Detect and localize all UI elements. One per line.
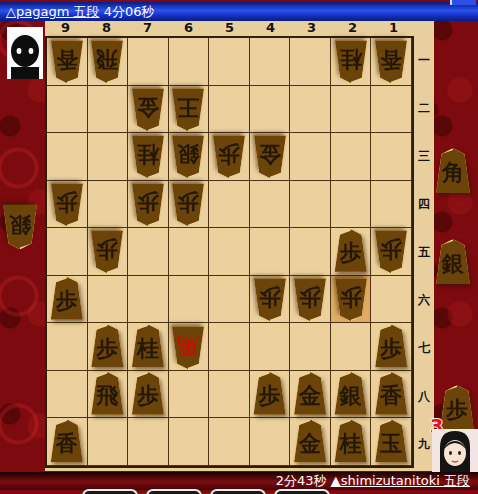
square-9-2[interactable] [47, 86, 88, 134]
square-1-6[interactable] [371, 276, 412, 324]
square-8-1[interactable]: 飛 [88, 38, 129, 86]
piece-kanji: 歩 [90, 333, 124, 363]
square-3-9[interactable]: 金 [290, 418, 331, 466]
piece-kanji: 香 [374, 381, 408, 411]
piece-kanji: 桂 [131, 333, 165, 363]
square-8-5[interactable]: 歩 [88, 228, 129, 276]
sente-avatar [432, 429, 478, 473]
bottom-button-strip [82, 489, 330, 494]
piece-sente-pawn[interactable]: 歩 [50, 277, 84, 320]
square-2-8[interactable]: 銀 [331, 371, 372, 419]
piece-gote-pawn[interactable]: 歩 [334, 278, 368, 321]
piece-sente-gold[interactable]: 金 [293, 419, 327, 462]
square-4-5[interactable] [250, 228, 291, 276]
piece-gote-pawn[interactable]: 歩 [131, 183, 165, 226]
piece-gote-gold[interactable]: 金 [253, 136, 287, 179]
square-3-2[interactable] [290, 86, 331, 134]
piece-sente-pawn[interactable]: 歩 [439, 385, 475, 430]
piece-gote-horse[interactable]: 馬 [171, 326, 205, 369]
piece-sente-knight[interactable]: 桂 [131, 324, 165, 367]
piece-gote-pawn[interactable]: 歩 [212, 136, 246, 179]
piece-gote-pawn[interactable]: 歩 [374, 231, 408, 274]
square-3-5[interactable] [290, 228, 331, 276]
piece-kanji: 飛 [90, 381, 124, 411]
piece-sente-pawn[interactable]: 歩 [253, 372, 287, 415]
file-label-1: 1 [373, 19, 414, 36]
piece-kanji: 歩 [253, 282, 287, 312]
rank-label-2: 二 [414, 84, 434, 132]
square-2-3[interactable] [331, 133, 372, 181]
square-1-8[interactable]: 香 [371, 371, 412, 419]
piece-kanji: 香 [50, 45, 84, 75]
piece-kanji: 歩 [293, 282, 327, 312]
square-3-3[interactable] [290, 133, 331, 181]
shogi-board-panel: 987654321 香飛桂香金王桂銀歩金歩歩歩歩歩歩歩歩歩歩歩桂馬歩飛歩歩金銀香… [45, 19, 434, 471]
square-2-5[interactable]: 歩 [331, 228, 372, 276]
piece-kanji: 桂 [131, 140, 165, 170]
square-3-8[interactable]: 金 [290, 371, 331, 419]
piece-gote-knight[interactable]: 桂 [334, 41, 368, 84]
piece-sente-pawn[interactable]: 歩 [374, 324, 408, 367]
square-7-6[interactable] [128, 276, 169, 324]
cutoff-button-2[interactable] [146, 489, 202, 494]
piece-kanji: 歩 [374, 235, 408, 265]
piece-gote-pawn[interactable]: 歩 [171, 183, 205, 226]
file-label-9: 9 [45, 19, 86, 36]
piece-sente-bishop[interactable]: 角 [435, 148, 471, 193]
piece-kanji: 歩 [50, 187, 84, 217]
piece-kanji: 歩 [334, 282, 368, 312]
piece-kanji: 歩 [212, 140, 246, 170]
gote-avatar [7, 27, 43, 79]
cutoff-button-3[interactable] [210, 489, 266, 494]
square-4-3[interactable]: 金 [250, 133, 291, 181]
sente-player-name: ▲shimizutanitoki 五段 [331, 473, 470, 488]
square-6-9[interactable] [169, 418, 210, 466]
square-4-2[interactable] [250, 86, 291, 134]
square-4-8[interactable]: 歩 [250, 371, 291, 419]
square-4-4[interactable] [250, 181, 291, 229]
square-7-4[interactable]: 歩 [128, 181, 169, 229]
square-9-7[interactable] [47, 323, 88, 371]
shogi-client-window: △pagagm 五段 4分06秒 987654321 香飛桂香金王桂銀歩金歩歩歩… [0, 0, 478, 494]
piece-sente-silver[interactable]: 銀 [435, 239, 471, 284]
square-8-2[interactable] [88, 86, 129, 134]
square-8-3[interactable] [88, 133, 129, 181]
square-9-3[interactable] [47, 133, 88, 181]
square-5-1[interactable] [209, 38, 250, 86]
rank-label-4: 四 [414, 180, 434, 228]
rank-label-8: 八 [414, 372, 434, 420]
square-1-5[interactable]: 歩 [371, 228, 412, 276]
square-1-4[interactable] [371, 181, 412, 229]
square-1-3[interactable] [371, 133, 412, 181]
piece-gote-pawn[interactable]: 歩 [253, 278, 287, 321]
piece-gote-knight[interactable]: 桂 [131, 136, 165, 179]
piece-gote-silver[interactable]: 銀 [2, 204, 38, 249]
square-2-4[interactable] [331, 181, 372, 229]
square-6-7[interactable]: 馬 [169, 323, 210, 371]
square-4-6[interactable]: 歩 [250, 276, 291, 324]
square-3-4[interactable] [290, 181, 331, 229]
square-4-1[interactable] [250, 38, 291, 86]
piece-kanji: 銀 [2, 210, 38, 240]
square-3-7[interactable] [290, 323, 331, 371]
square-3-1[interactable] [290, 38, 331, 86]
file-label-8: 8 [86, 19, 127, 36]
square-2-1[interactable]: 桂 [331, 38, 372, 86]
sente-hand-silver[interactable]: 銀 [435, 240, 471, 285]
square-5-4[interactable] [209, 181, 250, 229]
gote-player-bar: △pagagm 五段 4分06秒 [0, 2, 478, 21]
square-4-9[interactable] [250, 418, 291, 466]
square-9-1[interactable]: 香 [47, 38, 88, 86]
piece-kanji: 歩 [131, 187, 165, 217]
file-labels: 987654321 [45, 19, 414, 36]
square-2-9[interactable]: 桂 [331, 418, 372, 466]
square-7-5[interactable] [128, 228, 169, 276]
piece-sente-knight[interactable]: 桂 [334, 419, 368, 462]
piece-sente-pawn[interactable]: 歩 [90, 324, 124, 367]
sente-player-bar: 2分43秒 ▲shimizutanitoki 五段 [0, 472, 478, 490]
square-4-7[interactable] [250, 323, 291, 371]
sente-hand-bishop[interactable]: 角 [435, 149, 471, 194]
piece-kanji: 歩 [374, 333, 408, 363]
piece-kanji: 角 [435, 157, 471, 187]
square-7-9[interactable] [128, 418, 169, 466]
square-3-6[interactable]: 歩 [290, 276, 331, 324]
cutoff-button-4[interactable] [274, 489, 330, 494]
file-label-7: 7 [127, 19, 168, 36]
piece-kanji: 香 [374, 45, 408, 75]
square-5-5[interactable] [209, 228, 250, 276]
square-6-8[interactable] [169, 371, 210, 419]
piece-gote-rook[interactable]: 飛 [90, 41, 124, 84]
square-2-6[interactable]: 歩 [331, 276, 372, 324]
piece-gote-pawn[interactable]: 歩 [293, 278, 327, 321]
rank-label-3: 三 [414, 132, 434, 180]
piece-kanji: 馬 [171, 330, 205, 360]
piece-sente-pawn[interactable]: 歩 [334, 229, 368, 272]
piece-kanji: 歩 [439, 394, 475, 424]
piece-gote-king[interactable]: 王 [171, 88, 205, 131]
piece-kanji: 歩 [334, 238, 368, 268]
piece-sente-pawn[interactable]: 歩 [131, 372, 165, 415]
gote-hand-silver[interactable]: 銀 [2, 203, 38, 248]
piece-kanji: 玉 [374, 428, 408, 458]
square-7-2[interactable]: 金 [128, 86, 169, 134]
piece-kanji: 金 [131, 92, 165, 122]
piece-kanji: 歩 [131, 381, 165, 411]
piece-kanji: 桂 [334, 428, 368, 458]
square-6-6[interactable] [169, 276, 210, 324]
square-9-6[interactable]: 歩 [47, 276, 88, 324]
sente-clock: 2分43秒 [276, 473, 327, 488]
gote-clock: 4分06秒 [104, 4, 155, 19]
square-5-9[interactable] [209, 418, 250, 466]
piece-kanji: 歩 [50, 286, 84, 316]
piece-kanji: 銀 [435, 248, 471, 278]
piece-kanji: 歩 [253, 381, 287, 411]
file-label-3: 3 [291, 19, 332, 36]
piece-gote-lance[interactable]: 香 [374, 41, 408, 84]
square-6-3[interactable]: 銀 [169, 133, 210, 181]
file-label-2: 2 [332, 19, 373, 36]
piece-kanji: 金 [293, 428, 327, 458]
square-7-3[interactable]: 桂 [128, 133, 169, 181]
square-1-7[interactable]: 歩 [371, 323, 412, 371]
square-2-2[interactable] [331, 86, 372, 134]
piece-kanji: 桂 [334, 45, 368, 75]
square-5-3[interactable]: 歩 [209, 133, 250, 181]
square-6-4[interactable]: 歩 [169, 181, 210, 229]
square-7-7[interactable]: 桂 [128, 323, 169, 371]
piece-sente-king[interactable]: 玉 [374, 419, 408, 462]
rank-label-6: 六 [414, 276, 434, 324]
square-9-8[interactable] [47, 371, 88, 419]
square-5-6[interactable] [209, 276, 250, 324]
square-9-9[interactable]: 香 [47, 418, 88, 466]
piece-kanji: 金 [253, 140, 287, 170]
rank-label-7: 七 [414, 324, 434, 372]
piece-gote-lance[interactable]: 香 [50, 41, 84, 84]
square-1-2[interactable] [371, 86, 412, 134]
gote-player-name: △pagagm 五段 [6, 4, 99, 19]
piece-kanji: 歩 [90, 235, 124, 265]
piece-kanji: 銀 [334, 381, 368, 411]
square-9-5[interactable] [47, 228, 88, 276]
piece-gote-silver[interactable]: 銀 [171, 136, 205, 179]
square-8-4[interactable] [88, 181, 129, 229]
rank-labels: 一二三四五六七八九 [414, 36, 434, 468]
piece-sente-gold[interactable]: 金 [293, 372, 327, 415]
rank-label-5: 五 [414, 228, 434, 276]
square-5-2[interactable] [209, 86, 250, 134]
square-5-8[interactable] [209, 371, 250, 419]
sente-hand-pawn[interactable]: 歩3 [439, 386, 475, 431]
square-6-1[interactable] [169, 38, 210, 86]
square-6-5[interactable] [169, 228, 210, 276]
square-9-4[interactable]: 歩 [47, 181, 88, 229]
piece-kanji: 歩 [171, 187, 205, 217]
piece-kanji: 金 [293, 381, 327, 411]
piece-kanji: 飛 [90, 45, 124, 75]
piece-sente-lance[interactable]: 香 [50, 419, 84, 462]
file-label-6: 6 [168, 19, 209, 36]
piece-gote-pawn[interactable]: 歩 [90, 231, 124, 274]
square-8-9[interactable] [88, 418, 129, 466]
rank-label-1: 一 [414, 36, 434, 84]
square-8-6[interactable] [88, 276, 129, 324]
piece-kanji: 香 [50, 428, 84, 458]
file-label-5: 5 [209, 19, 250, 36]
cutoff-button-1[interactable] [82, 489, 138, 494]
window-corner-fragment [450, 0, 476, 5]
square-5-7[interactable] [209, 323, 250, 371]
shogi-board: 香飛桂香金王桂銀歩金歩歩歩歩歩歩歩歩歩歩歩桂馬歩飛歩歩金銀香香金桂玉 [45, 36, 414, 468]
piece-sente-silver[interactable]: 銀 [334, 372, 368, 415]
piece-kanji: 王 [171, 92, 205, 122]
square-1-1[interactable]: 香 [371, 38, 412, 86]
piece-kanji: 銀 [171, 140, 205, 170]
square-8-8[interactable]: 飛 [88, 371, 129, 419]
square-2-7[interactable] [331, 323, 372, 371]
piece-sente-lance[interactable]: 香 [374, 372, 408, 415]
square-7-1[interactable] [128, 38, 169, 86]
file-label-4: 4 [250, 19, 291, 36]
square-8-7[interactable]: 歩 [88, 323, 129, 371]
square-6-2[interactable]: 王 [169, 86, 210, 134]
square-7-8[interactable]: 歩 [128, 371, 169, 419]
piece-sente-rook[interactable]: 飛 [90, 372, 124, 415]
piece-gote-gold[interactable]: 金 [131, 88, 165, 131]
square-1-9[interactable]: 玉 [371, 418, 412, 466]
piece-gote-pawn[interactable]: 歩 [50, 183, 84, 226]
